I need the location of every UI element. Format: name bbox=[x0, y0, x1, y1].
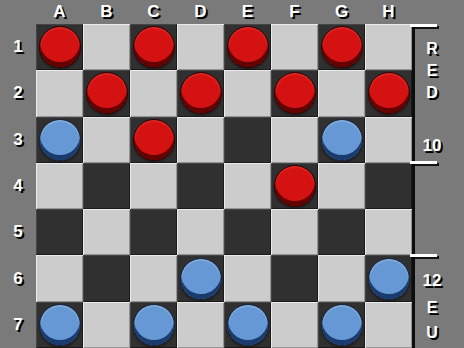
square-a3[interactable] bbox=[36, 117, 83, 163]
square-a1[interactable] bbox=[36, 24, 83, 70]
row-label-3: 3 bbox=[0, 117, 36, 163]
column-label-c: C bbox=[130, 0, 177, 24]
bracket-tick-top bbox=[410, 24, 437, 27]
blue-label-letter-u: U bbox=[414, 324, 450, 342]
square-d4[interactable] bbox=[177, 163, 224, 209]
square-e4[interactable] bbox=[224, 163, 271, 209]
column-label-d: D bbox=[177, 0, 224, 24]
square-f7[interactable] bbox=[271, 302, 318, 348]
square-h1[interactable] bbox=[365, 24, 412, 70]
square-d7[interactable] bbox=[177, 302, 224, 348]
square-d3[interactable] bbox=[177, 117, 224, 163]
square-a2[interactable] bbox=[36, 70, 83, 116]
column-label-a: A bbox=[36, 0, 83, 24]
square-f1[interactable] bbox=[271, 24, 318, 70]
row-label-1: 1 bbox=[0, 24, 36, 70]
column-label-f: F bbox=[271, 0, 318, 24]
column-label-e: E bbox=[224, 0, 271, 24]
square-c6[interactable] bbox=[130, 255, 177, 301]
row-label-7: 7 bbox=[0, 302, 36, 348]
blue-piece-count: 12 bbox=[414, 271, 450, 291]
square-e5[interactable] bbox=[224, 209, 271, 255]
checkers-game-screen: A B C D E F G H 1 2 3 4 5 6 7 R E D 10 1… bbox=[0, 0, 464, 348]
square-e7[interactable] bbox=[224, 302, 271, 348]
square-c3[interactable] bbox=[130, 117, 177, 163]
square-c2[interactable] bbox=[130, 70, 177, 116]
square-c5[interactable] bbox=[130, 209, 177, 255]
red-piece-count: 10 bbox=[414, 136, 450, 156]
square-d1[interactable] bbox=[177, 24, 224, 70]
blue-checker-h6[interactable] bbox=[368, 258, 410, 300]
red-label-letter-d: D bbox=[414, 84, 450, 102]
square-b3[interactable] bbox=[83, 117, 130, 163]
column-label-b: B bbox=[83, 0, 130, 24]
square-b4[interactable] bbox=[83, 163, 130, 209]
square-h3[interactable] bbox=[365, 117, 412, 163]
blue-checker-g7[interactable] bbox=[321, 304, 363, 346]
square-b1[interactable] bbox=[83, 24, 130, 70]
square-f2[interactable] bbox=[271, 70, 318, 116]
square-h7[interactable] bbox=[365, 302, 412, 348]
square-a6[interactable] bbox=[36, 255, 83, 301]
square-d5[interactable] bbox=[177, 209, 224, 255]
square-g6[interactable] bbox=[318, 255, 365, 301]
square-b2[interactable] bbox=[83, 70, 130, 116]
blue-checker-e7[interactable] bbox=[227, 304, 269, 346]
column-label-g: G bbox=[318, 0, 365, 24]
red-checker-a1[interactable] bbox=[39, 26, 81, 68]
square-e2[interactable] bbox=[224, 70, 271, 116]
square-g2[interactable] bbox=[318, 70, 365, 116]
square-g4[interactable] bbox=[318, 163, 365, 209]
red-checker-g1[interactable] bbox=[321, 26, 363, 68]
column-labels: A B C D E F G H bbox=[36, 0, 412, 24]
square-f4[interactable] bbox=[271, 163, 318, 209]
square-a7[interactable] bbox=[36, 302, 83, 348]
square-h4[interactable] bbox=[365, 163, 412, 209]
row-label-6: 6 bbox=[0, 255, 36, 301]
square-h5[interactable] bbox=[365, 209, 412, 255]
red-checker-c3[interactable] bbox=[133, 119, 175, 161]
square-f5[interactable] bbox=[271, 209, 318, 255]
red-checker-f4[interactable] bbox=[274, 165, 316, 207]
square-f3[interactable] bbox=[271, 117, 318, 163]
row-label-5: 5 bbox=[0, 209, 36, 255]
red-checker-c1[interactable] bbox=[133, 26, 175, 68]
blue-checker-d6[interactable] bbox=[180, 258, 222, 300]
square-e3[interactable] bbox=[224, 117, 271, 163]
square-g5[interactable] bbox=[318, 209, 365, 255]
checkers-board bbox=[36, 24, 412, 348]
row-label-2: 2 bbox=[0, 70, 36, 116]
square-a4[interactable] bbox=[36, 163, 83, 209]
square-a5[interactable] bbox=[36, 209, 83, 255]
bracket-tick-middle bbox=[410, 161, 437, 164]
square-c4[interactable] bbox=[130, 163, 177, 209]
square-e6[interactable] bbox=[224, 255, 271, 301]
blue-checker-a7[interactable] bbox=[39, 304, 81, 346]
square-h6[interactable] bbox=[365, 255, 412, 301]
red-checker-b2[interactable] bbox=[86, 72, 128, 114]
red-label-letter-r: R bbox=[414, 40, 450, 58]
square-b5[interactable] bbox=[83, 209, 130, 255]
blue-checker-c7[interactable] bbox=[133, 304, 175, 346]
square-b7[interactable] bbox=[83, 302, 130, 348]
row-label-4: 4 bbox=[0, 163, 36, 209]
blue-checker-g3[interactable] bbox=[321, 119, 363, 161]
square-d2[interactable] bbox=[177, 70, 224, 116]
square-g3[interactable] bbox=[318, 117, 365, 163]
square-c1[interactable] bbox=[130, 24, 177, 70]
square-e1[interactable] bbox=[224, 24, 271, 70]
red-checker-d2[interactable] bbox=[180, 72, 222, 114]
red-checker-e1[interactable] bbox=[227, 26, 269, 68]
square-d6[interactable] bbox=[177, 255, 224, 301]
bracket-tick-lower bbox=[410, 254, 437, 257]
square-h2[interactable] bbox=[365, 70, 412, 116]
square-c7[interactable] bbox=[130, 302, 177, 348]
column-label-h: H bbox=[365, 0, 412, 24]
red-label-letter-e: E bbox=[414, 62, 450, 80]
blue-label-letter-e: E bbox=[414, 299, 450, 317]
row-labels: 1 2 3 4 5 6 7 bbox=[0, 24, 36, 348]
red-checker-h2[interactable] bbox=[368, 72, 410, 114]
square-g1[interactable] bbox=[318, 24, 365, 70]
red-checker-f2[interactable] bbox=[274, 72, 316, 114]
blue-checker-a3[interactable] bbox=[39, 119, 81, 161]
square-g7[interactable] bbox=[318, 302, 365, 348]
square-b6[interactable] bbox=[83, 255, 130, 301]
square-f6[interactable] bbox=[271, 255, 318, 301]
